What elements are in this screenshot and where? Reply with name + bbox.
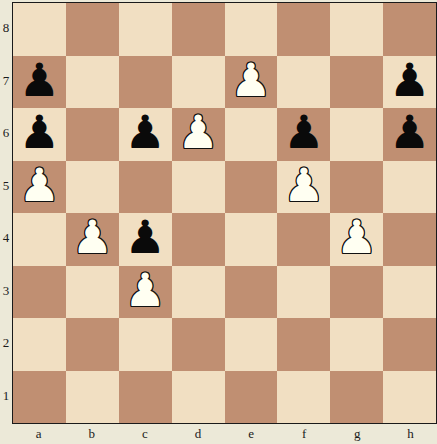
file-label-d: d (171, 424, 224, 444)
square-a3[interactable] (13, 266, 66, 319)
square-b8[interactable] (66, 3, 119, 56)
square-c7[interactable] (119, 56, 172, 109)
square-a6[interactable]: ♟ (13, 108, 66, 161)
rank-label-1: 1 (0, 370, 12, 423)
file-label-g: g (331, 424, 384, 444)
square-f5[interactable]: ♟ (277, 161, 330, 214)
square-b1[interactable] (66, 371, 119, 424)
square-e8[interactable] (225, 3, 278, 56)
square-e6[interactable] (225, 108, 278, 161)
black-pawn[interactable]: ♟ (283, 109, 324, 155)
square-g4[interactable]: ♟ (330, 213, 383, 266)
black-pawn[interactable]: ♟ (125, 214, 166, 260)
black-pawn[interactable]: ♟ (19, 109, 60, 155)
square-f6[interactable]: ♟ (277, 108, 330, 161)
rank-label-8: 8 (0, 2, 12, 55)
square-c3[interactable]: ♟ (119, 266, 172, 319)
square-f3[interactable] (277, 266, 330, 319)
white-pawn[interactable]: ♟ (177, 109, 218, 155)
chess-board[interactable]: ♟♟♟♟♟♟♟♟♟♟♟♟♟♟ (12, 2, 437, 424)
white-pawn[interactable]: ♟ (125, 267, 166, 313)
square-g6[interactable] (330, 108, 383, 161)
square-h1[interactable] (383, 371, 436, 424)
square-e7[interactable]: ♟ (225, 56, 278, 109)
chess-diagram: 87654321 ♟♟♟♟♟♟♟♟♟♟♟♟♟♟ abcdefgh (0, 0, 437, 444)
square-a1[interactable] (13, 371, 66, 424)
square-c4[interactable]: ♟ (119, 213, 172, 266)
square-f8[interactable] (277, 3, 330, 56)
square-g2[interactable] (330, 318, 383, 371)
square-h5[interactable] (383, 161, 436, 214)
square-e3[interactable] (225, 266, 278, 319)
square-g7[interactable] (330, 56, 383, 109)
black-pawn[interactable]: ♟ (389, 57, 430, 103)
square-f2[interactable] (277, 318, 330, 371)
black-pawn[interactable]: ♟ (389, 109, 430, 155)
rank-label-5: 5 (0, 160, 12, 213)
square-h8[interactable] (383, 3, 436, 56)
square-h3[interactable] (383, 266, 436, 319)
square-d6[interactable]: ♟ (172, 108, 225, 161)
file-label-c: c (118, 424, 171, 444)
square-f4[interactable] (277, 213, 330, 266)
square-d7[interactable] (172, 56, 225, 109)
file-label-h: h (384, 424, 437, 444)
square-b6[interactable] (66, 108, 119, 161)
square-c6[interactable]: ♟ (119, 108, 172, 161)
square-e2[interactable] (225, 318, 278, 371)
square-h2[interactable] (383, 318, 436, 371)
square-b3[interactable] (66, 266, 119, 319)
white-pawn[interactable]: ♟ (283, 162, 324, 208)
black-pawn[interactable]: ♟ (125, 109, 166, 155)
square-g3[interactable] (330, 266, 383, 319)
square-d2[interactable] (172, 318, 225, 371)
square-h6[interactable]: ♟ (383, 108, 436, 161)
square-d8[interactable] (172, 3, 225, 56)
white-pawn[interactable]: ♟ (336, 214, 377, 260)
square-c8[interactable] (119, 3, 172, 56)
square-d3[interactable] (172, 266, 225, 319)
file-label-f: f (278, 424, 331, 444)
rank-label-2: 2 (0, 317, 12, 370)
square-d5[interactable] (172, 161, 225, 214)
square-g8[interactable] (330, 3, 383, 56)
rank-label-6: 6 (0, 107, 12, 160)
square-d1[interactable] (172, 371, 225, 424)
square-a7[interactable]: ♟ (13, 56, 66, 109)
square-f7[interactable] (277, 56, 330, 109)
square-c5[interactable] (119, 161, 172, 214)
square-e5[interactable] (225, 161, 278, 214)
white-pawn[interactable]: ♟ (72, 214, 113, 260)
file-label-a: a (12, 424, 65, 444)
square-c2[interactable] (119, 318, 172, 371)
rank-label-3: 3 (0, 265, 12, 318)
white-pawn[interactable]: ♟ (19, 162, 60, 208)
rank-labels: 87654321 (0, 2, 12, 422)
square-a4[interactable] (13, 213, 66, 266)
square-a8[interactable] (13, 3, 66, 56)
square-b5[interactable] (66, 161, 119, 214)
black-pawn[interactable]: ♟ (19, 57, 60, 103)
square-g5[interactable] (330, 161, 383, 214)
file-labels: abcdefgh (12, 424, 437, 444)
square-a2[interactable] (13, 318, 66, 371)
square-g1[interactable] (330, 371, 383, 424)
square-h4[interactable] (383, 213, 436, 266)
rank-label-7: 7 (0, 55, 12, 108)
file-label-e: e (225, 424, 278, 444)
file-label-b: b (65, 424, 118, 444)
square-b4[interactable]: ♟ (66, 213, 119, 266)
square-b2[interactable] (66, 318, 119, 371)
square-d4[interactable] (172, 213, 225, 266)
rank-label-4: 4 (0, 212, 12, 265)
square-a5[interactable]: ♟ (13, 161, 66, 214)
square-e4[interactable] (225, 213, 278, 266)
square-h7[interactable]: ♟ (383, 56, 436, 109)
square-c1[interactable] (119, 371, 172, 424)
square-b7[interactable] (66, 56, 119, 109)
square-f1[interactable] (277, 371, 330, 424)
white-pawn[interactable]: ♟ (230, 57, 271, 103)
square-e1[interactable] (225, 371, 278, 424)
